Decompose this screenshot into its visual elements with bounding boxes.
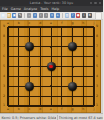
- stone-black-e5[interactable]: [47, 62, 56, 71]
- back-icon[interactable]: ‹: [39, 13, 43, 18]
- edit-icon[interactable]: ✎: [18, 13, 22, 18]
- score-icon[interactable]: ▥: [65, 13, 69, 18]
- hoshi-point-c5: [29, 66, 31, 68]
- toolbar-separator: [24, 13, 25, 18]
- stones-grid[interactable]: [3, 22, 100, 111]
- hoshi-point-e3: [50, 85, 52, 87]
- new-game-icon[interactable]: ▤: [1, 13, 5, 18]
- close-button[interactable]: [99, 2, 101, 4]
- last-move-marker: [49, 65, 52, 68]
- status-bar: Komi: 0.5; Prisoners white: 0/black: 0 T…: [0, 113, 103, 120]
- toolbar-end-button[interactable]: [95, 12, 102, 20]
- info-icon[interactable]: i: [82, 13, 86, 18]
- hoshi-point-g5: [72, 66, 74, 68]
- app-window: Lantia - Your rank: 30 kyu FileGameAnaly…: [0, 0, 103, 120]
- goban[interactable]: abcdefghj abcdefghj 987654321 987654321: [0, 20, 101, 113]
- resign-icon[interactable]: ●: [76, 13, 80, 18]
- title-bar[interactable]: Lantia - Your rank: 30 kyu: [0, 0, 103, 6]
- save-icon[interactable]: ▣: [12, 13, 16, 18]
- stone-black-g7[interactable]: [68, 42, 77, 51]
- hint-icon[interactable]: ?: [71, 13, 75, 18]
- maximize-button[interactable]: [94, 2, 96, 4]
- window-controls: [90, 0, 101, 6]
- board-area: abcdefghj abcdefghj 987654321 987654321: [0, 20, 103, 113]
- toolbar-separator: [62, 13, 63, 18]
- toolbar: ▤▨▣✎–«‹›»+▥?●i⚙: [0, 12, 103, 20]
- fast-forward-icon[interactable]: »: [50, 13, 54, 18]
- hoshi-point-e7: [50, 46, 52, 48]
- open-file-icon[interactable]: ▨: [7, 13, 11, 18]
- status-thinking: Thinking at most 67.4 seconds...: [59, 116, 104, 120]
- window-title: Lantia - Your rank: 30 kyu: [0, 0, 103, 6]
- settings-icon[interactable]: ⚙: [88, 13, 92, 18]
- add-move-icon[interactable]: +: [56, 13, 60, 18]
- rewind-icon[interactable]: «: [33, 13, 37, 18]
- stone-black-c3[interactable]: [25, 82, 34, 91]
- status-komi-prisoners: Komi: 0.5; Prisoners white: 0/black: 0: [0, 116, 56, 120]
- minimize-button[interactable]: [90, 2, 92, 4]
- forward-icon[interactable]: ›: [44, 13, 48, 18]
- status-divider: [57, 115, 58, 120]
- stone-black-g3[interactable]: [68, 82, 77, 91]
- pass-icon[interactable]: –: [27, 13, 31, 18]
- stone-black-c7[interactable]: [25, 42, 34, 51]
